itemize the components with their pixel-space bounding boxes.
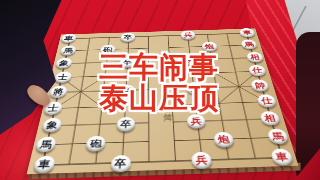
overlay-title-line2: 泰山压顶 — [0, 84, 318, 113]
piece-red-兵: 兵 — [180, 30, 196, 39]
piece-red-車: 車 — [270, 148, 294, 165]
piece-character: 兵 — [195, 155, 208, 165]
piece-character: 相 — [263, 113, 276, 122]
piece-red-車: 車 — [239, 28, 256, 37]
piece-red-炮: 炮 — [213, 132, 234, 148]
piece-character: 炮 — [217, 135, 230, 145]
piece-character: 馬 — [40, 139, 53, 149]
piece-black-車: 車 — [60, 34, 76, 44]
piece-black-砲: 砲 — [86, 136, 107, 152]
piece-character: 車 — [37, 159, 51, 169]
piece-character: 馬 — [271, 131, 285, 140]
piece-character: 炮 — [204, 43, 214, 49]
piece-black-卒: 卒 — [116, 117, 135, 132]
piece-character: 兵 — [190, 117, 202, 126]
overlay-title-line1: 三车闹事 — [0, 53, 318, 82]
piece-black-馬: 馬 — [35, 136, 57, 152]
piece-black-卒: 卒 — [121, 33, 136, 43]
piece-red-馬: 馬 — [240, 39, 258, 49]
piece-red-兵: 兵 — [186, 114, 206, 129]
piece-character: 馬 — [244, 41, 255, 47]
piece-character: 車 — [64, 35, 74, 41]
piece-character: 卒 — [124, 34, 133, 40]
piece-black-象: 象 — [41, 118, 62, 133]
piece-red-兵: 兵 — [191, 152, 213, 169]
piece-character: 兵 — [183, 32, 192, 38]
piece-character: 車 — [242, 29, 252, 35]
piece-black-車: 車 — [33, 156, 56, 173]
piece-black-卒: 卒 — [110, 155, 131, 172]
piece-character: 砲 — [90, 139, 102, 149]
piece-character: 卒 — [120, 120, 131, 129]
piece-character: 象 — [46, 121, 59, 130]
piece-character: 卒 — [114, 158, 126, 168]
piece-red-馬: 馬 — [266, 129, 289, 145]
piece-character: 車 — [274, 151, 289, 161]
video-thumbnail-scene: 汉界 楚河 車馬象士將士象馬車砲砲卒卒卒卒卒兵兵兵兵兵炮炮車馬相仕帥仕相馬車 三… — [0, 0, 320, 180]
